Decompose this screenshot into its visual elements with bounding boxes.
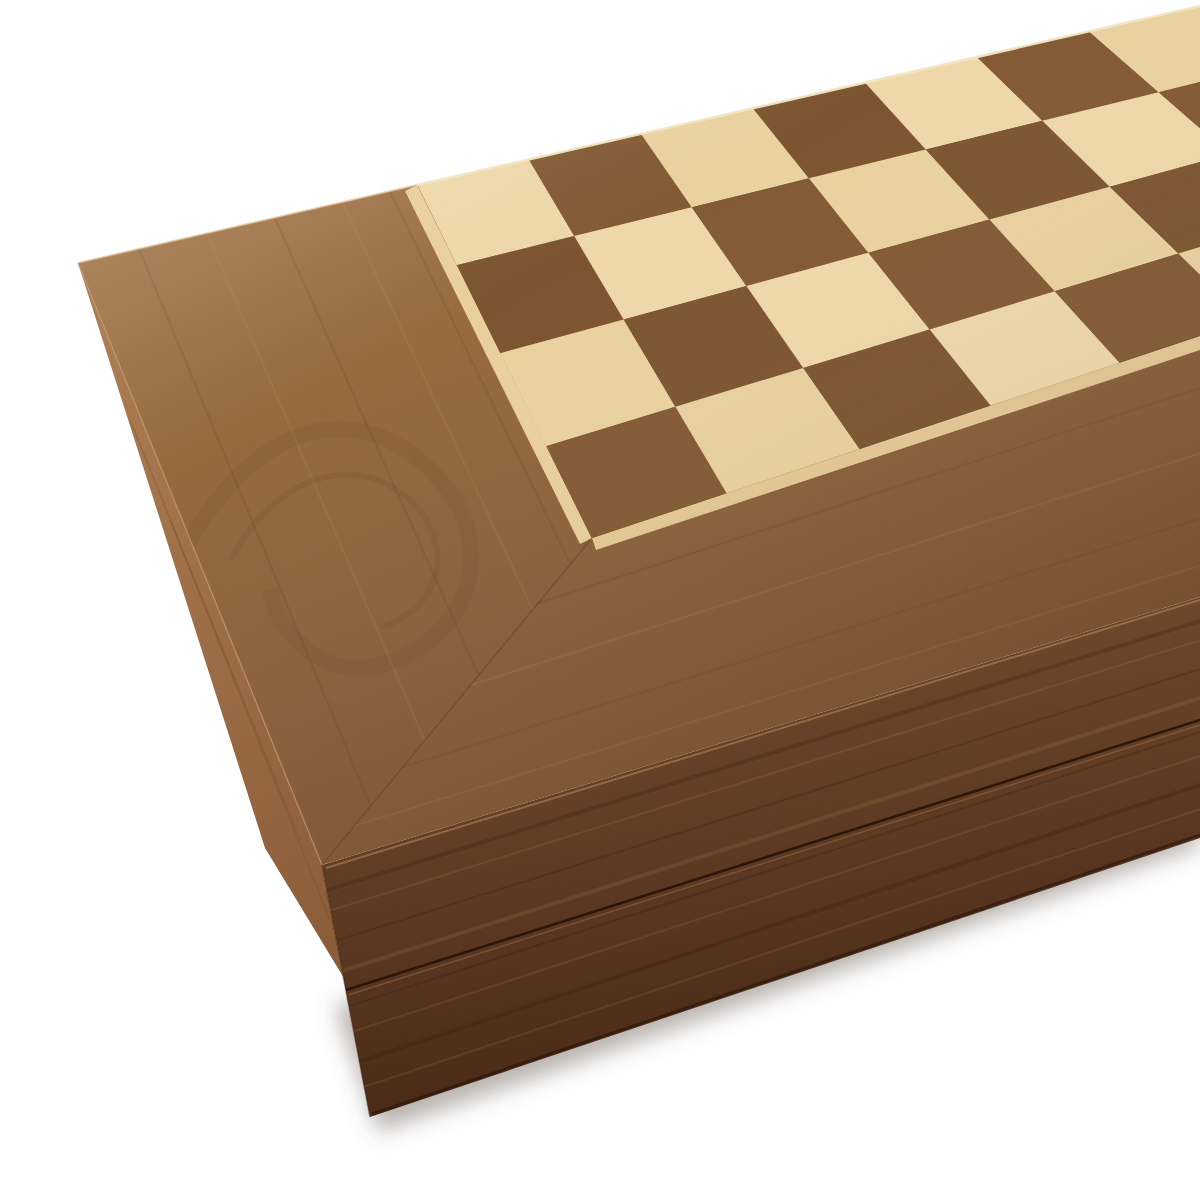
chess-box-photo xyxy=(0,0,1200,1200)
product-photo-canvas xyxy=(0,0,1200,1200)
